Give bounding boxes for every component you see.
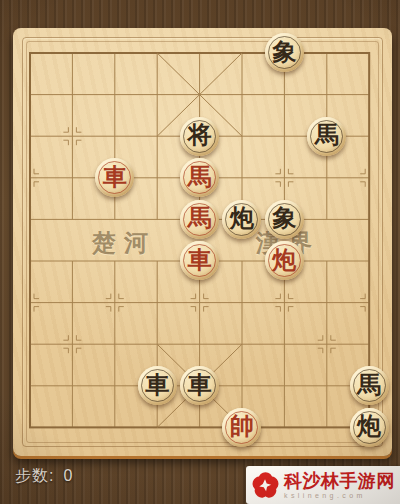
board-point[interactable] [348, 282, 390, 324]
site-domain: kslineng.com [284, 492, 395, 499]
board-point[interactable] [221, 115, 263, 157]
piece-black-elephant[interactable]: 象 [265, 33, 304, 72]
board-point[interactable] [136, 74, 178, 116]
piece-black-elephant[interactable]: 象 [265, 200, 304, 239]
board-point[interactable]: 馬 [178, 199, 220, 241]
piece-glyph: 帥 [230, 414, 254, 438]
board-point[interactable] [263, 282, 305, 324]
board-point[interactable] [306, 157, 348, 199]
board-point[interactable] [306, 282, 348, 324]
board-point[interactable] [94, 74, 136, 116]
board-point[interactable] [9, 115, 51, 157]
piece-black-horse[interactable]: 馬 [307, 117, 346, 156]
board-point[interactable] [136, 407, 178, 449]
board-point[interactable] [9, 157, 51, 199]
board-point[interactable] [348, 240, 390, 282]
move-counter-label: 步数: [15, 467, 54, 484]
board-point[interactable] [263, 115, 305, 157]
board-point[interactable]: 炮 [221, 199, 263, 241]
board-point[interactable] [136, 323, 178, 365]
piece-glyph: 馬 [188, 206, 212, 230]
piece-black-horse[interactable]: 馬 [350, 366, 389, 405]
board-point[interactable]: 馬 [306, 115, 348, 157]
board-point[interactable] [263, 323, 305, 365]
board-point[interactable] [306, 32, 348, 74]
board-point[interactable]: 炮 [348, 407, 390, 449]
board-point[interactable] [136, 199, 178, 241]
board-point[interactable] [9, 365, 51, 407]
board-point[interactable] [221, 74, 263, 116]
board-point[interactable] [136, 115, 178, 157]
piece-glyph: 馬 [357, 373, 381, 397]
board-point[interactable] [178, 323, 220, 365]
piece-glyph: 将 [188, 123, 212, 147]
piece-black-general[interactable]: 将 [180, 117, 219, 156]
board-point[interactable] [94, 365, 136, 407]
board-point[interactable] [263, 157, 305, 199]
board-point[interactable] [221, 365, 263, 407]
board-point[interactable] [306, 74, 348, 116]
board-point[interactable] [51, 32, 93, 74]
board-point[interactable] [306, 240, 348, 282]
piece-glyph: 炮 [272, 248, 296, 272]
board-point[interactable] [51, 115, 93, 157]
board-point[interactable] [136, 32, 178, 74]
board-point[interactable]: 車 [94, 157, 136, 199]
board-point[interactable] [221, 282, 263, 324]
board-point[interactable] [348, 32, 390, 74]
board-point[interactable] [221, 323, 263, 365]
board-point[interactable] [51, 365, 93, 407]
site-logo[interactable]: 科沙林手游网 kslineng.com [246, 466, 400, 504]
board-point[interactable] [51, 282, 93, 324]
board-point[interactable] [348, 157, 390, 199]
board-point[interactable] [263, 407, 305, 449]
board-point[interactable] [221, 240, 263, 282]
board-point[interactable] [348, 115, 390, 157]
board-point[interactable] [9, 407, 51, 449]
piece-red-cannon[interactable]: 炮 [265, 241, 304, 280]
piece-black-cannon[interactable]: 炮 [222, 200, 261, 239]
board-point[interactable]: 象 [263, 32, 305, 74]
game-screen: 楚河 漢界 象将馬車馬馬炮象車炮車車馬帥炮 步数:0 科沙林手游网 ksline… [0, 0, 400, 504]
board-point[interactable] [348, 199, 390, 241]
board-point[interactable] [178, 32, 220, 74]
board-point[interactable] [9, 199, 51, 241]
board-point[interactable] [51, 323, 93, 365]
board-point[interactable] [178, 282, 220, 324]
move-counter: 步数:0 [15, 466, 73, 487]
board-point[interactable] [94, 32, 136, 74]
board-point[interactable] [94, 115, 136, 157]
board-point[interactable] [221, 32, 263, 74]
piece-glyph: 馬 [188, 165, 212, 189]
board-point[interactable] [348, 323, 390, 365]
board-point[interactable]: 車 [178, 365, 220, 407]
piece-glyph: 象 [272, 40, 296, 64]
board-point[interactable] [306, 365, 348, 407]
board-point[interactable]: 馬 [178, 157, 220, 199]
piece-glyph: 車 [103, 165, 127, 189]
board-point[interactable] [94, 407, 136, 449]
board-point[interactable]: 象 [263, 199, 305, 241]
piece-black-chariot[interactable]: 車 [138, 366, 177, 405]
piece-glyph: 車 [145, 373, 169, 397]
board-point[interactable] [51, 199, 93, 241]
piece-glyph: 炮 [230, 206, 254, 230]
flower-logo-icon [250, 470, 281, 501]
board-point[interactable] [263, 74, 305, 116]
board-point[interactable] [9, 32, 51, 74]
piece-red-chariot[interactable]: 車 [180, 241, 219, 280]
board-point[interactable] [9, 282, 51, 324]
piece-black-cannon[interactable]: 炮 [350, 408, 389, 447]
board-point[interactable]: 車 [178, 240, 220, 282]
board-point[interactable] [263, 365, 305, 407]
board-point[interactable] [51, 157, 93, 199]
piece-red-horse[interactable]: 馬 [180, 158, 219, 197]
board-point[interactable] [9, 240, 51, 282]
piece-black-chariot[interactable]: 車 [180, 366, 219, 405]
board-point[interactable]: 馬 [348, 365, 390, 407]
piece-glyph: 車 [188, 373, 212, 397]
board-point[interactable]: 帥 [221, 407, 263, 449]
board-point[interactable] [51, 240, 93, 282]
board-point[interactable] [94, 240, 136, 282]
board-point[interactable] [136, 282, 178, 324]
board-point[interactable] [94, 282, 136, 324]
board-point[interactable] [9, 323, 51, 365]
board-point[interactable] [306, 199, 348, 241]
board-point[interactable] [221, 157, 263, 199]
board-point[interactable] [136, 240, 178, 282]
board-point[interactable]: 炮 [263, 240, 305, 282]
piece-glyph: 炮 [357, 414, 381, 438]
piece-red-horse[interactable]: 馬 [180, 200, 219, 239]
piece-red-general[interactable]: 帥 [222, 408, 261, 447]
board-point[interactable] [9, 74, 51, 116]
site-name: 科沙林手游网 [284, 472, 395, 490]
board-point[interactable] [178, 74, 220, 116]
board-point[interactable] [348, 74, 390, 116]
board-point[interactable] [306, 323, 348, 365]
board-point[interactable] [178, 407, 220, 449]
piece-glyph: 車 [188, 248, 212, 272]
board-point[interactable] [51, 74, 93, 116]
move-counter-value: 0 [63, 467, 73, 484]
board-point[interactable] [94, 323, 136, 365]
piece-red-chariot[interactable]: 車 [95, 158, 134, 197]
board-point[interactable] [306, 407, 348, 449]
board-point[interactable]: 車 [136, 365, 178, 407]
piece-glyph: 馬 [315, 123, 339, 147]
piece-grid: 象将馬車馬馬炮象車炮車車馬帥炮 [9, 32, 391, 448]
board-point[interactable] [94, 199, 136, 241]
board-point[interactable]: 将 [178, 115, 220, 157]
board-point[interactable] [136, 157, 178, 199]
piece-glyph: 象 [272, 206, 296, 230]
board-point[interactable] [51, 407, 93, 449]
